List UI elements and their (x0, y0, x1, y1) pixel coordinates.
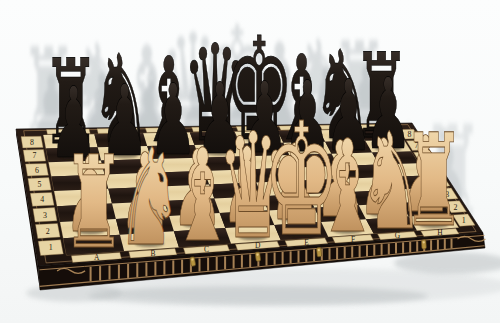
rank-label-left-5: 5 (38, 180, 42, 189)
rank-label-left-7: 7 (32, 151, 36, 160)
rank-label-left-2: 2 (46, 227, 50, 236)
rank-label-left-8: 8 (30, 138, 34, 147)
rank-label-left-4: 4 (40, 195, 44, 204)
chess-photo-svg: ♜♞♝♛♚♝♞♜♟♟♟♟♟♟♟♟♟♟♟♟♟♟♟♟♜♞♝♛♚♝♞♜AABBCCDD… (0, 0, 500, 323)
rank-label-left-6: 6 (35, 166, 39, 175)
rank-label-left-1: 1 (49, 243, 53, 252)
piece-white-rook-h1: ♜ (402, 106, 465, 255)
piece-white-rook-a1: ♜ (62, 128, 125, 277)
pieces: ♜♞♝♛♚♝♞♜♟♟♟♟♟♟♟♟♟♟♟♟♟♟♟♟♜♞♝♛♚♝♞♜ (42, 7, 466, 277)
product-photo-scene: ♜♞♝♛♚♝♞♜♟♟♟♟♟♟♟♟♟♟♟♟♟♟♟♟♜♞♝♛♚♝♞♜AABBCCDD… (0, 0, 500, 323)
rank-label-left-3: 3 (43, 211, 47, 220)
